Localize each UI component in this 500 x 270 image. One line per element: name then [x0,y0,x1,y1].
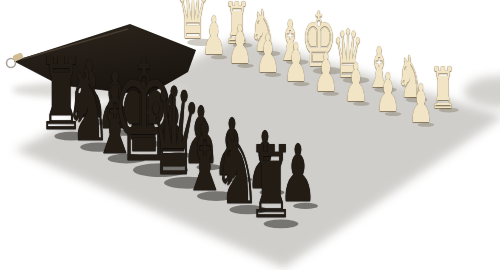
product-photo: aabbccddeeffgghh1122334455667788 ♛♜♞♟♝♟♚… [0,0,500,270]
table-shadow-right [464,76,500,108]
table-and-bag-layer [0,0,500,270]
